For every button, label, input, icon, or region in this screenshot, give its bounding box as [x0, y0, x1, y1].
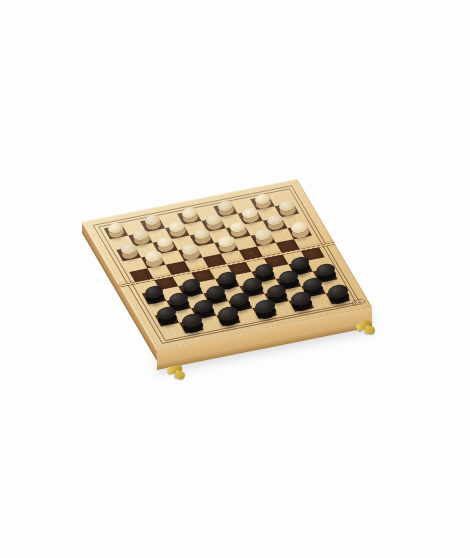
clasp-wing	[364, 325, 375, 334]
stamp-text-illegible	[354, 301, 363, 304]
clasp-wing	[174, 370, 186, 381]
product-photo-stage	[0, 0, 470, 558]
front-clasp	[165, 358, 193, 384]
right-clasp	[352, 315, 382, 342]
